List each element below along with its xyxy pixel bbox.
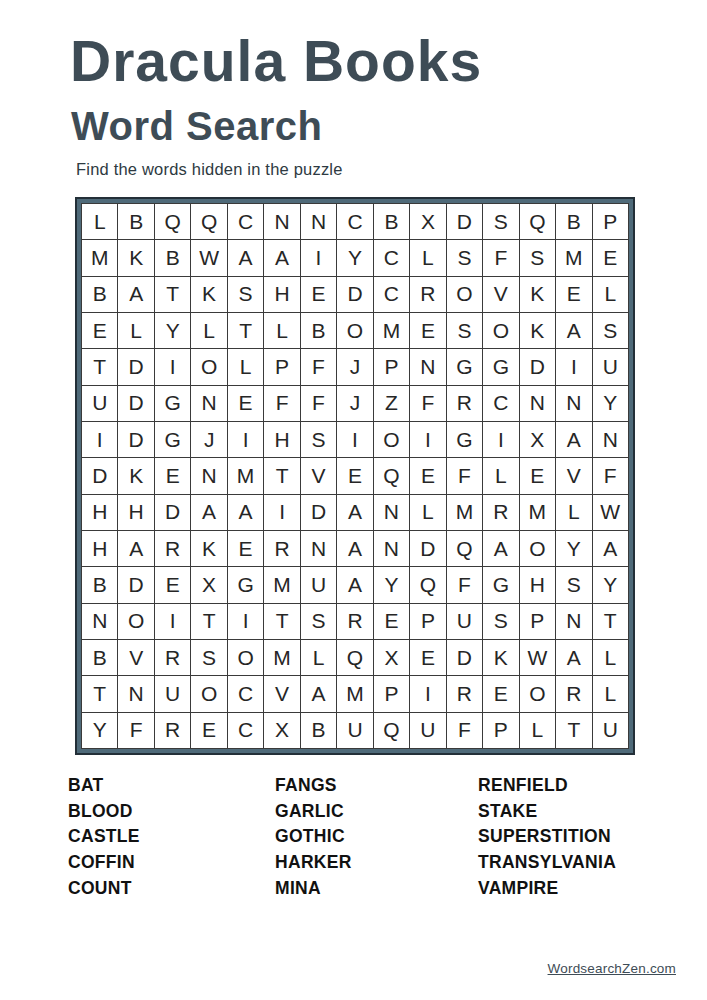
grid-cell: S: [483, 204, 518, 239]
word-list-item: BAT: [68, 773, 275, 799]
grid-cell: D: [155, 495, 190, 530]
grid-cell: H: [118, 495, 153, 530]
grid-cell: N: [374, 495, 409, 530]
grid-cell: Q: [191, 204, 226, 239]
grid-cell: M: [337, 676, 372, 711]
grid-cell: O: [118, 604, 153, 639]
grid-cell: I: [155, 604, 190, 639]
grid-cell: K: [191, 531, 226, 566]
grid-cell: I: [264, 495, 299, 530]
grid-cell: T: [82, 349, 117, 384]
word-list-item: GARLIC: [275, 799, 478, 825]
grid-cell: E: [301, 277, 336, 312]
grid-cell: D: [118, 422, 153, 457]
grid-cell: U: [593, 349, 628, 384]
word-list-item: SUPERSTITION: [478, 824, 707, 850]
grid-cell: N: [556, 604, 591, 639]
grid-cell: I: [301, 240, 336, 275]
grid-cell: N: [264, 204, 299, 239]
grid-cell: L: [593, 640, 628, 675]
grid-cell: L: [301, 640, 336, 675]
grid-cell: S: [520, 240, 555, 275]
page-subtitle: Word Search: [71, 103, 323, 149]
grid-cell: R: [155, 531, 190, 566]
grid-cell: L: [82, 204, 117, 239]
grid-cell: G: [228, 567, 263, 602]
grid-cell: N: [593, 422, 628, 457]
grid-cell: M: [264, 640, 299, 675]
grid-cell: N: [82, 604, 117, 639]
grid-cell: A: [337, 531, 372, 566]
grid-cell: L: [593, 277, 628, 312]
grid-cell: N: [301, 531, 336, 566]
grid-cell: E: [593, 240, 628, 275]
grid-cell: G: [155, 386, 190, 421]
grid-cell: I: [155, 349, 190, 384]
grid-cell: W: [593, 495, 628, 530]
grid-cell: S: [228, 277, 263, 312]
grid-cell: O: [228, 640, 263, 675]
word-list-item: RENFIELD: [478, 773, 707, 799]
grid-cell: S: [191, 640, 226, 675]
grid-cell: B: [301, 713, 336, 748]
grid-cell: R: [410, 277, 445, 312]
grid-cell: Y: [374, 567, 409, 602]
grid-cell: F: [593, 458, 628, 493]
grid-cell: L: [118, 313, 153, 348]
word-list-item: STAKE: [478, 799, 707, 825]
grid-cell: E: [155, 567, 190, 602]
grid-cell: R: [264, 531, 299, 566]
grid-cell: A: [228, 495, 263, 530]
grid-cell: L: [410, 240, 445, 275]
word-list-item: COFFIN: [68, 850, 275, 876]
grid-cell: E: [374, 604, 409, 639]
grid-cell: D: [301, 495, 336, 530]
grid-cell: C: [228, 713, 263, 748]
grid-cell: F: [447, 567, 482, 602]
grid-cell: A: [593, 531, 628, 566]
grid-cell: N: [520, 386, 555, 421]
grid-cell: D: [337, 277, 372, 312]
grid-cell: O: [520, 531, 555, 566]
grid-cell: T: [191, 604, 226, 639]
grid-cell: N: [374, 531, 409, 566]
grid-cell: F: [410, 386, 445, 421]
grid-cell: S: [301, 604, 336, 639]
grid-cell: H: [82, 531, 117, 566]
grid-cell: L: [410, 495, 445, 530]
grid-cell: O: [191, 676, 226, 711]
grid-cell: Q: [337, 640, 372, 675]
grid-cell: U: [155, 676, 190, 711]
grid-cell: J: [337, 386, 372, 421]
grid-cell: M: [374, 313, 409, 348]
grid-cell: K: [191, 277, 226, 312]
word-list-item: MINA: [275, 876, 478, 902]
grid-cell: E: [155, 458, 190, 493]
grid-cell: Y: [556, 531, 591, 566]
grid-cell: U: [82, 386, 117, 421]
grid-cell: A: [556, 422, 591, 457]
grid-cell: S: [447, 313, 482, 348]
grid-cell: K: [483, 640, 518, 675]
grid-cell: T: [264, 604, 299, 639]
grid-cell: B: [301, 313, 336, 348]
grid-cell: P: [520, 604, 555, 639]
grid-cell: P: [483, 713, 518, 748]
grid-cell: R: [447, 676, 482, 711]
grid-cell: E: [337, 458, 372, 493]
grid-cell: E: [191, 713, 226, 748]
grid-cell: O: [520, 676, 555, 711]
grid-cell: G: [483, 349, 518, 384]
grid-cell: M: [447, 495, 482, 530]
grid-cell: K: [520, 313, 555, 348]
grid-cell: C: [228, 676, 263, 711]
grid-cell: X: [264, 713, 299, 748]
grid-cell: P: [374, 349, 409, 384]
grid-cell: Q: [374, 458, 409, 493]
grid-cell: D: [447, 204, 482, 239]
grid-cell: F: [118, 713, 153, 748]
grid-cell: F: [264, 386, 299, 421]
grid-cell: M: [520, 495, 555, 530]
grid-cell: E: [82, 313, 117, 348]
grid-cell: A: [556, 640, 591, 675]
grid-cell: H: [264, 422, 299, 457]
grid-cell: I: [337, 422, 372, 457]
grid-cell: N: [191, 386, 226, 421]
grid-cell: K: [118, 458, 153, 493]
grid-cell: I: [556, 349, 591, 384]
grid-cell: F: [447, 713, 482, 748]
grid-cell: D: [410, 531, 445, 566]
grid-cell: I: [410, 422, 445, 457]
grid-cell: R: [483, 495, 518, 530]
grid-cell: P: [410, 604, 445, 639]
grid-cell: F: [301, 386, 336, 421]
grid-cell: O: [337, 313, 372, 348]
grid-cell: E: [228, 531, 263, 566]
grid-cell: U: [301, 567, 336, 602]
word-list-item: HARKER: [275, 850, 478, 876]
puzzle-instructions: Find the words hidden in the puzzle: [76, 160, 343, 179]
grid-cell: Z: [374, 386, 409, 421]
grid-cell: G: [483, 567, 518, 602]
grid-cell: B: [82, 567, 117, 602]
word-list-item: VAMPIRE: [478, 876, 707, 902]
grid-cell: Y: [82, 713, 117, 748]
grid-cell: E: [228, 386, 263, 421]
grid-cell: W: [520, 640, 555, 675]
grid-cell: V: [483, 277, 518, 312]
grid-cell: O: [447, 277, 482, 312]
word-list-item: FANGS: [275, 773, 478, 799]
grid-cell: Y: [155, 313, 190, 348]
grid-cell: R: [155, 640, 190, 675]
puzzle-grid-frame: LBQQCNNCBXDSQBPMKBWAAIYCLSFSMEBATKSHEDCR…: [75, 197, 635, 755]
word-column: FANGSGARLICGOTHICHARKERMINA: [275, 773, 478, 902]
grid-cell: B: [82, 277, 117, 312]
grid-cell: G: [447, 422, 482, 457]
grid-cell: A: [337, 567, 372, 602]
grid-cell: T: [155, 277, 190, 312]
grid-cell: E: [410, 640, 445, 675]
grid-cell: K: [118, 240, 153, 275]
grid-cell: S: [483, 604, 518, 639]
grid-cell: Q: [155, 204, 190, 239]
grid-cell: M: [264, 567, 299, 602]
grid-cell: Q: [374, 713, 409, 748]
grid-cell: Y: [593, 386, 628, 421]
grid-cell: R: [556, 676, 591, 711]
grid-cell: A: [228, 240, 263, 275]
grid-cell: U: [447, 604, 482, 639]
grid-cell: A: [337, 495, 372, 530]
word-list-item: BLOOD: [68, 799, 275, 825]
grid-cell: E: [483, 676, 518, 711]
grid-cell: A: [264, 240, 299, 275]
grid-cell: X: [410, 204, 445, 239]
word-list-item: COUNT: [68, 876, 275, 902]
grid-cell: A: [118, 531, 153, 566]
grid-cell: I: [483, 422, 518, 457]
grid-cell: E: [410, 458, 445, 493]
grid-cell: U: [337, 713, 372, 748]
grid-cell: D: [82, 458, 117, 493]
word-list: BATBLOODCASTLECOFFINCOUNT FANGSGARLICGOT…: [0, 773, 707, 902]
grid-cell: S: [593, 313, 628, 348]
grid-cell: X: [191, 567, 226, 602]
grid-cell: U: [593, 713, 628, 748]
grid-cell: N: [556, 386, 591, 421]
grid-cell: K: [520, 277, 555, 312]
grid-cell: N: [118, 676, 153, 711]
word-column: BATBLOODCASTLECOFFINCOUNT: [68, 773, 275, 902]
grid-cell: V: [301, 458, 336, 493]
grid-cell: Q: [520, 204, 555, 239]
grid-cell: S: [447, 240, 482, 275]
page-title: Dracula Books: [70, 30, 482, 93]
grid-cell: N: [410, 349, 445, 384]
grid-cell: B: [374, 204, 409, 239]
grid-cell: X: [374, 640, 409, 675]
grid-cell: P: [593, 204, 628, 239]
grid-cell: E: [556, 277, 591, 312]
grid-cell: S: [301, 422, 336, 457]
grid-cell: N: [191, 458, 226, 493]
grid-cell: C: [374, 277, 409, 312]
grid-cell: D: [447, 640, 482, 675]
grid-cell: G: [447, 349, 482, 384]
grid-cell: T: [228, 313, 263, 348]
grid-cell: O: [374, 422, 409, 457]
grid-cell: T: [556, 713, 591, 748]
grid-cell: F: [483, 240, 518, 275]
puzzle-grid: LBQQCNNCBXDSQBPMKBWAAIYCLSFSMEBATKSHEDCR…: [81, 203, 629, 749]
grid-cell: A: [483, 531, 518, 566]
grid-cell: E: [520, 458, 555, 493]
grid-cell: J: [337, 349, 372, 384]
site-link[interactable]: WordsearchZen.com: [548, 961, 676, 976]
grid-cell: V: [264, 676, 299, 711]
grid-cell: L: [483, 458, 518, 493]
word-column: RENFIELDSTAKESUPERSTITIONTRANSYLVANIAVAM…: [478, 773, 707, 902]
grid-cell: P: [264, 349, 299, 384]
grid-cell: V: [118, 640, 153, 675]
grid-cell: R: [155, 713, 190, 748]
grid-cell: B: [118, 204, 153, 239]
grid-cell: H: [264, 277, 299, 312]
grid-cell: Y: [337, 240, 372, 275]
grid-cell: G: [155, 422, 190, 457]
grid-cell: I: [228, 422, 263, 457]
grid-cell: E: [410, 313, 445, 348]
grid-cell: L: [556, 495, 591, 530]
grid-cell: L: [520, 713, 555, 748]
grid-cell: L: [593, 676, 628, 711]
grid-cell: A: [191, 495, 226, 530]
grid-cell: D: [118, 567, 153, 602]
grid-cell: C: [228, 204, 263, 239]
grid-cell: H: [82, 495, 117, 530]
grid-cell: I: [410, 676, 445, 711]
grid-cell: C: [337, 204, 372, 239]
grid-cell: D: [118, 349, 153, 384]
grid-cell: X: [520, 422, 555, 457]
grid-cell: B: [556, 204, 591, 239]
grid-cell: Q: [447, 531, 482, 566]
grid-cell: A: [556, 313, 591, 348]
grid-cell: A: [301, 676, 336, 711]
grid-cell: C: [374, 240, 409, 275]
grid-cell: W: [191, 240, 226, 275]
grid-cell: B: [155, 240, 190, 275]
grid-cell: T: [264, 458, 299, 493]
grid-cell: H: [520, 567, 555, 602]
grid-cell: L: [228, 349, 263, 384]
grid-cell: J: [191, 422, 226, 457]
grid-cell: P: [374, 676, 409, 711]
grid-cell: M: [82, 240, 117, 275]
grid-cell: F: [301, 349, 336, 384]
grid-cell: O: [191, 349, 226, 384]
grid-cell: B: [82, 640, 117, 675]
grid-cell: V: [556, 458, 591, 493]
word-list-item: TRANSYLVANIA: [478, 850, 707, 876]
grid-cell: I: [228, 604, 263, 639]
grid-cell: D: [520, 349, 555, 384]
grid-cell: F: [447, 458, 482, 493]
grid-cell: R: [337, 604, 372, 639]
grid-cell: I: [82, 422, 117, 457]
grid-cell: N: [301, 204, 336, 239]
grid-cell: T: [593, 604, 628, 639]
grid-cell: A: [118, 277, 153, 312]
grid-cell: M: [228, 458, 263, 493]
grid-cell: R: [447, 386, 482, 421]
grid-cell: T: [82, 676, 117, 711]
grid-cell: S: [556, 567, 591, 602]
grid-cell: O: [483, 313, 518, 348]
grid-cell: L: [264, 313, 299, 348]
word-list-item: CASTLE: [68, 824, 275, 850]
grid-cell: U: [410, 713, 445, 748]
word-list-item: GOTHIC: [275, 824, 478, 850]
grid-cell: M: [556, 240, 591, 275]
grid-cell: Q: [410, 567, 445, 602]
grid-cell: L: [191, 313, 226, 348]
grid-cell: C: [483, 386, 518, 421]
grid-cell: Y: [593, 567, 628, 602]
grid-cell: D: [118, 386, 153, 421]
